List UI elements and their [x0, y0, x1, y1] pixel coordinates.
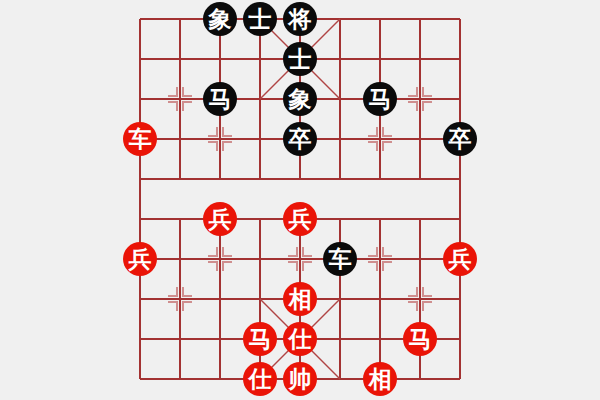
black-horse[interactable]: 马: [203, 82, 237, 116]
red-soldier[interactable]: 兵: [283, 202, 317, 236]
red-soldier[interactable]: 兵: [203, 202, 237, 236]
black-advisor[interactable]: 士: [243, 2, 277, 36]
star-point-marker: [407, 86, 433, 112]
star-point-marker: [167, 286, 193, 312]
black-advisor[interactable]: 士: [283, 42, 317, 76]
black-soldier[interactable]: 卒: [443, 122, 477, 156]
black-elephant[interactable]: 象: [283, 82, 317, 116]
xiangqi-board[interactable]: 象士将士马象马车卒卒兵兵兵车兵相马仕马仕帅相: [120, 0, 480, 399]
star-point-marker: [367, 246, 393, 272]
black-horse[interactable]: 马: [363, 82, 397, 116]
red-horse[interactable]: 马: [403, 322, 437, 356]
star-point-marker: [407, 286, 433, 312]
red-soldier[interactable]: 兵: [443, 242, 477, 276]
black-elephant[interactable]: 象: [203, 2, 237, 36]
red-general[interactable]: 帅: [283, 362, 317, 396]
star-point-marker: [287, 246, 313, 272]
red-advisor[interactable]: 仕: [283, 322, 317, 356]
red-elephant[interactable]: 相: [363, 362, 397, 396]
star-point-marker: [207, 246, 233, 272]
star-point-marker: [167, 86, 193, 112]
red-advisor[interactable]: 仕: [243, 362, 277, 396]
xiangqi-app: 象士将士马象马车卒卒兵兵兵车兵相马仕马仕帅相: [0, 0, 600, 400]
black-chariot[interactable]: 车: [323, 242, 357, 276]
red-soldier[interactable]: 兵: [123, 242, 157, 276]
red-elephant[interactable]: 相: [283, 282, 317, 316]
star-point-marker: [207, 126, 233, 152]
star-point-marker: [367, 126, 393, 152]
red-chariot[interactable]: 车: [123, 122, 157, 156]
black-general[interactable]: 将: [283, 2, 317, 36]
black-soldier[interactable]: 卒: [283, 122, 317, 156]
red-horse[interactable]: 马: [243, 322, 277, 356]
